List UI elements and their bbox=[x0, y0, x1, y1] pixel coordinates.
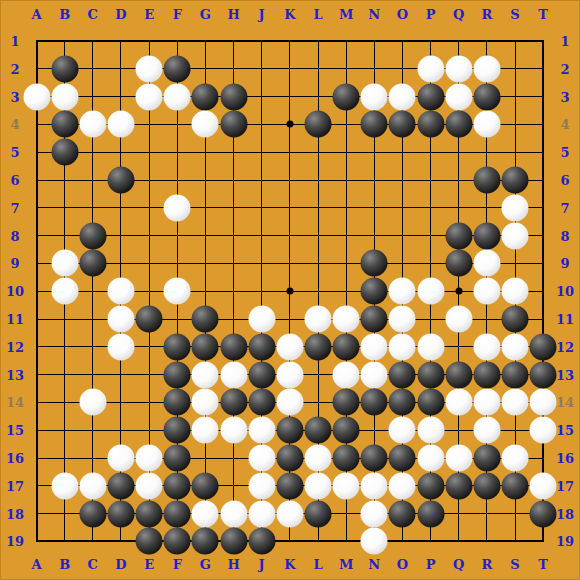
col-label-top-Q: Q bbox=[453, 8, 464, 21]
row-label-left-15: 15 bbox=[6, 424, 24, 437]
white-stone-K14 bbox=[276, 389, 303, 416]
col-label-bottom-E: E bbox=[144, 558, 154, 571]
black-stone-D17 bbox=[107, 472, 134, 499]
white-stone-P15 bbox=[417, 417, 444, 444]
star-point-K10 bbox=[286, 288, 293, 295]
white-stone-P2 bbox=[417, 55, 444, 82]
black-stone-S11 bbox=[502, 306, 529, 333]
row-label-left-19: 19 bbox=[6, 535, 24, 548]
white-stone-D10 bbox=[107, 278, 134, 305]
col-label-bottom-K: K bbox=[284, 558, 295, 571]
white-stone-S16 bbox=[502, 445, 529, 472]
black-stone-B5 bbox=[51, 139, 78, 166]
col-label-top-A: A bbox=[31, 8, 41, 21]
black-stone-C18 bbox=[79, 500, 106, 527]
black-stone-G19 bbox=[192, 528, 219, 555]
white-stone-L17 bbox=[305, 472, 332, 499]
black-stone-H12 bbox=[220, 333, 247, 360]
black-stone-B4 bbox=[51, 111, 78, 138]
col-label-bottom-G: G bbox=[200, 558, 211, 571]
white-stone-J15 bbox=[248, 417, 275, 444]
col-label-top-S: S bbox=[510, 8, 519, 21]
black-stone-K15 bbox=[276, 417, 303, 444]
row-label-left-16: 16 bbox=[6, 452, 24, 465]
black-stone-H4 bbox=[220, 111, 247, 138]
col-label-top-G: G bbox=[200, 8, 211, 21]
row-label-right-16: 16 bbox=[556, 452, 574, 465]
row-label-right-6: 6 bbox=[560, 174, 569, 187]
row-label-right-1: 1 bbox=[560, 35, 569, 48]
black-stone-F2 bbox=[164, 55, 191, 82]
black-stone-P17 bbox=[417, 472, 444, 499]
black-stone-C8 bbox=[79, 222, 106, 249]
white-stone-L16 bbox=[305, 445, 332, 472]
black-stone-N4 bbox=[361, 111, 388, 138]
col-label-top-D: D bbox=[115, 8, 126, 21]
black-stone-P14 bbox=[417, 389, 444, 416]
row-label-right-17: 17 bbox=[556, 479, 574, 492]
col-label-top-K: K bbox=[284, 8, 295, 21]
row-label-left-13: 13 bbox=[6, 368, 24, 381]
grid-line-vertical bbox=[542, 40, 544, 542]
black-stone-J19 bbox=[248, 528, 275, 555]
black-stone-N11 bbox=[361, 306, 388, 333]
white-stone-F10 bbox=[164, 278, 191, 305]
white-stone-M13 bbox=[333, 361, 360, 388]
star-point-Q10 bbox=[455, 288, 462, 295]
white-stone-N18 bbox=[361, 500, 388, 527]
black-stone-F14 bbox=[164, 389, 191, 416]
col-label-top-L: L bbox=[313, 8, 322, 21]
black-stone-M3 bbox=[333, 83, 360, 110]
go-board[interactable]: AABBCCDDEEFFGGHHJJKKLLMMNNOOPPQQRRSSTT11… bbox=[0, 0, 580, 580]
col-label-bottom-O: O bbox=[397, 558, 408, 571]
black-stone-L15 bbox=[305, 417, 332, 444]
white-stone-O15 bbox=[389, 417, 416, 444]
row-label-right-3: 3 bbox=[560, 90, 569, 103]
row-label-left-18: 18 bbox=[6, 507, 24, 520]
col-label-bottom-J: J bbox=[259, 558, 265, 571]
white-stone-J18 bbox=[248, 500, 275, 527]
white-stone-Q16 bbox=[445, 445, 472, 472]
white-stone-Q14 bbox=[445, 389, 472, 416]
black-stone-O16 bbox=[389, 445, 416, 472]
black-stone-H14 bbox=[220, 389, 247, 416]
row-label-left-7: 7 bbox=[10, 201, 19, 214]
black-stone-C9 bbox=[79, 250, 106, 277]
col-label-top-M: M bbox=[339, 8, 353, 21]
black-stone-F18 bbox=[164, 500, 191, 527]
white-stone-R10 bbox=[473, 278, 500, 305]
white-stone-P16 bbox=[417, 445, 444, 472]
white-stone-T17 bbox=[530, 472, 557, 499]
white-stone-O3 bbox=[389, 83, 416, 110]
white-stone-K13 bbox=[276, 361, 303, 388]
white-stone-O11 bbox=[389, 306, 416, 333]
row-label-right-8: 8 bbox=[560, 229, 569, 242]
row-label-left-12: 12 bbox=[6, 340, 24, 353]
white-stone-S10 bbox=[502, 278, 529, 305]
black-stone-E19 bbox=[136, 528, 163, 555]
white-stone-R2 bbox=[473, 55, 500, 82]
white-stone-N17 bbox=[361, 472, 388, 499]
row-label-right-14: 14 bbox=[556, 396, 574, 409]
white-stone-M17 bbox=[333, 472, 360, 499]
white-stone-E16 bbox=[136, 445, 163, 472]
white-stone-D16 bbox=[107, 445, 134, 472]
white-stone-O10 bbox=[389, 278, 416, 305]
white-stone-R9 bbox=[473, 250, 500, 277]
black-stone-Q4 bbox=[445, 111, 472, 138]
white-stone-J16 bbox=[248, 445, 275, 472]
black-stone-G11 bbox=[192, 306, 219, 333]
row-label-left-10: 10 bbox=[6, 285, 24, 298]
black-stone-F17 bbox=[164, 472, 191, 499]
white-stone-C14 bbox=[79, 389, 106, 416]
black-stone-R6 bbox=[473, 167, 500, 194]
row-label-right-18: 18 bbox=[556, 507, 574, 520]
white-stone-O17 bbox=[389, 472, 416, 499]
black-stone-H19 bbox=[220, 528, 247, 555]
black-stone-M14 bbox=[333, 389, 360, 416]
white-stone-E3 bbox=[136, 83, 163, 110]
black-stone-M12 bbox=[333, 333, 360, 360]
white-stone-G4 bbox=[192, 111, 219, 138]
white-stone-B10 bbox=[51, 278, 78, 305]
white-stone-C4 bbox=[79, 111, 106, 138]
white-stone-F7 bbox=[164, 194, 191, 221]
white-stone-T15 bbox=[530, 417, 557, 444]
white-stone-O12 bbox=[389, 333, 416, 360]
black-stone-F16 bbox=[164, 445, 191, 472]
white-stone-N3 bbox=[361, 83, 388, 110]
row-label-left-6: 6 bbox=[10, 174, 19, 187]
col-label-bottom-A: A bbox=[31, 558, 41, 571]
white-stone-N19 bbox=[361, 528, 388, 555]
row-label-left-14: 14 bbox=[6, 396, 24, 409]
col-label-top-T: T bbox=[538, 8, 548, 21]
white-stone-G13 bbox=[192, 361, 219, 388]
row-label-left-2: 2 bbox=[10, 62, 19, 75]
white-stone-N13 bbox=[361, 361, 388, 388]
black-stone-L12 bbox=[305, 333, 332, 360]
white-stone-R15 bbox=[473, 417, 500, 444]
white-stone-G14 bbox=[192, 389, 219, 416]
white-stone-D11 bbox=[107, 306, 134, 333]
black-stone-G12 bbox=[192, 333, 219, 360]
col-label-bottom-L: L bbox=[313, 558, 322, 571]
black-stone-J12 bbox=[248, 333, 275, 360]
black-stone-H3 bbox=[220, 83, 247, 110]
row-label-right-12: 12 bbox=[556, 340, 574, 353]
black-stone-J13 bbox=[248, 361, 275, 388]
black-stone-M15 bbox=[333, 417, 360, 444]
row-label-right-9: 9 bbox=[560, 257, 569, 270]
black-stone-L4 bbox=[305, 111, 332, 138]
white-stone-S8 bbox=[502, 222, 529, 249]
row-label-right-4: 4 bbox=[560, 118, 569, 131]
white-stone-Q3 bbox=[445, 83, 472, 110]
row-label-right-2: 2 bbox=[560, 62, 569, 75]
white-stone-F3 bbox=[164, 83, 191, 110]
row-label-left-11: 11 bbox=[6, 313, 24, 326]
black-stone-Q17 bbox=[445, 472, 472, 499]
col-label-top-P: P bbox=[426, 8, 436, 21]
row-label-left-1: 1 bbox=[10, 35, 19, 48]
black-stone-P13 bbox=[417, 361, 444, 388]
white-stone-D12 bbox=[107, 333, 134, 360]
white-stone-K18 bbox=[276, 500, 303, 527]
white-stone-S14 bbox=[502, 389, 529, 416]
white-stone-G15 bbox=[192, 417, 219, 444]
row-label-left-9: 9 bbox=[10, 257, 19, 270]
white-stone-K12 bbox=[276, 333, 303, 360]
white-stone-R14 bbox=[473, 389, 500, 416]
black-stone-O18 bbox=[389, 500, 416, 527]
white-stone-N12 bbox=[361, 333, 388, 360]
white-stone-D4 bbox=[107, 111, 134, 138]
white-stone-T14 bbox=[530, 389, 557, 416]
col-label-bottom-M: M bbox=[339, 558, 353, 571]
col-label-bottom-H: H bbox=[227, 558, 239, 571]
black-stone-S6 bbox=[502, 167, 529, 194]
col-label-top-O: O bbox=[397, 8, 408, 21]
black-stone-E18 bbox=[136, 500, 163, 527]
black-stone-G3 bbox=[192, 83, 219, 110]
col-label-bottom-D: D bbox=[115, 558, 126, 571]
row-label-left-5: 5 bbox=[10, 146, 19, 159]
row-label-right-5: 5 bbox=[560, 146, 569, 159]
col-label-bottom-R: R bbox=[481, 558, 492, 571]
white-stone-E17 bbox=[136, 472, 163, 499]
row-label-right-13: 13 bbox=[556, 368, 574, 381]
black-stone-R17 bbox=[473, 472, 500, 499]
white-stone-A3 bbox=[23, 83, 50, 110]
black-stone-J14 bbox=[248, 389, 275, 416]
row-label-left-4: 4 bbox=[10, 118, 19, 131]
black-stone-K16 bbox=[276, 445, 303, 472]
col-label-bottom-P: P bbox=[426, 558, 436, 571]
black-stone-B2 bbox=[51, 55, 78, 82]
black-stone-R3 bbox=[473, 83, 500, 110]
white-stone-E2 bbox=[136, 55, 163, 82]
col-label-bottom-Q: Q bbox=[453, 558, 464, 571]
white-stone-P10 bbox=[417, 278, 444, 305]
black-stone-T13 bbox=[530, 361, 557, 388]
black-stone-M16 bbox=[333, 445, 360, 472]
white-stone-M11 bbox=[333, 306, 360, 333]
black-stone-D6 bbox=[107, 167, 134, 194]
row-label-right-7: 7 bbox=[560, 201, 569, 214]
black-stone-P4 bbox=[417, 111, 444, 138]
white-stone-R4 bbox=[473, 111, 500, 138]
col-label-top-N: N bbox=[368, 8, 380, 21]
white-stone-Q2 bbox=[445, 55, 472, 82]
white-stone-J11 bbox=[248, 306, 275, 333]
black-stone-S13 bbox=[502, 361, 529, 388]
black-stone-N14 bbox=[361, 389, 388, 416]
white-stone-Q11 bbox=[445, 306, 472, 333]
black-stone-F15 bbox=[164, 417, 191, 444]
white-stone-B3 bbox=[51, 83, 78, 110]
white-stone-J17 bbox=[248, 472, 275, 499]
white-stone-H18 bbox=[220, 500, 247, 527]
row-label-right-19: 19 bbox=[556, 535, 574, 548]
row-label-right-11: 11 bbox=[556, 313, 574, 326]
col-label-bottom-S: S bbox=[510, 558, 519, 571]
white-stone-P12 bbox=[417, 333, 444, 360]
black-stone-F13 bbox=[164, 361, 191, 388]
black-stone-K17 bbox=[276, 472, 303, 499]
black-stone-O14 bbox=[389, 389, 416, 416]
black-stone-O13 bbox=[389, 361, 416, 388]
row-label-left-3: 3 bbox=[10, 90, 19, 103]
white-stone-H15 bbox=[220, 417, 247, 444]
white-stone-R12 bbox=[473, 333, 500, 360]
col-label-bottom-N: N bbox=[368, 558, 380, 571]
row-label-right-10: 10 bbox=[556, 285, 574, 298]
black-stone-R8 bbox=[473, 222, 500, 249]
col-label-bottom-C: C bbox=[88, 558, 98, 571]
col-label-top-E: E bbox=[144, 8, 154, 21]
black-stone-N16 bbox=[361, 445, 388, 472]
black-stone-P18 bbox=[417, 500, 444, 527]
col-label-bottom-B: B bbox=[59, 558, 70, 571]
white-stone-H13 bbox=[220, 361, 247, 388]
black-stone-O4 bbox=[389, 111, 416, 138]
white-stone-B17 bbox=[51, 472, 78, 499]
col-label-bottom-F: F bbox=[173, 558, 182, 571]
white-stone-L11 bbox=[305, 306, 332, 333]
black-stone-Q8 bbox=[445, 222, 472, 249]
white-stone-C17 bbox=[79, 472, 106, 499]
col-label-top-R: R bbox=[481, 8, 492, 21]
row-label-left-17: 17 bbox=[6, 479, 24, 492]
col-label-top-B: B bbox=[59, 8, 70, 21]
black-stone-P3 bbox=[417, 83, 444, 110]
white-stone-S7 bbox=[502, 194, 529, 221]
white-stone-S12 bbox=[502, 333, 529, 360]
black-stone-R13 bbox=[473, 361, 500, 388]
col-label-top-J: J bbox=[259, 8, 265, 21]
black-stone-L18 bbox=[305, 500, 332, 527]
black-stone-R16 bbox=[473, 445, 500, 472]
col-label-top-F: F bbox=[173, 8, 182, 21]
black-stone-F12 bbox=[164, 333, 191, 360]
star-point-K4 bbox=[286, 121, 293, 128]
black-stone-D18 bbox=[107, 500, 134, 527]
black-stone-Q13 bbox=[445, 361, 472, 388]
black-stone-F19 bbox=[164, 528, 191, 555]
white-stone-G18 bbox=[192, 500, 219, 527]
col-label-top-C: C bbox=[88, 8, 98, 21]
col-label-bottom-T: T bbox=[538, 558, 548, 571]
black-stone-N9 bbox=[361, 250, 388, 277]
black-stone-N10 bbox=[361, 278, 388, 305]
black-stone-E11 bbox=[136, 306, 163, 333]
black-stone-T12 bbox=[530, 333, 557, 360]
row-label-right-15: 15 bbox=[556, 424, 574, 437]
black-stone-T18 bbox=[530, 500, 557, 527]
grid-line-horizontal bbox=[36, 540, 545, 542]
row-label-left-8: 8 bbox=[10, 229, 19, 242]
white-stone-B9 bbox=[51, 250, 78, 277]
black-stone-S17 bbox=[502, 472, 529, 499]
black-stone-G17 bbox=[192, 472, 219, 499]
black-stone-Q9 bbox=[445, 250, 472, 277]
col-label-top-H: H bbox=[227, 8, 239, 21]
